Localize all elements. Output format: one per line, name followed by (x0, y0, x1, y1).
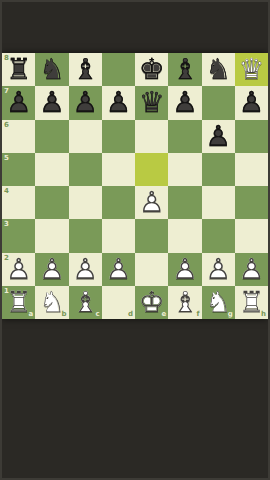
piece-white-knight[interactable]: ♞♘ (202, 286, 235, 319)
square-a6[interactable]: 6 (2, 120, 35, 153)
piece-glyph-outline: ♙ (235, 253, 268, 286)
piece-white-pawn[interactable]: ♟♙ (202, 253, 235, 286)
piece-white-bishop[interactable]: ♝♗ (168, 286, 201, 319)
piece-glyph-outline: ♙ (135, 186, 168, 219)
square-g4[interactable] (202, 186, 235, 219)
square-e2[interactable] (135, 253, 168, 286)
square-b7[interactable]: ♟♙ (35, 86, 68, 119)
square-e4[interactable]: ♟♙ (135, 186, 168, 219)
piece-black-bishop[interactable]: ♝♗ (69, 53, 102, 86)
square-a3[interactable]: 3 (2, 219, 35, 252)
file-label-d: d (128, 310, 133, 318)
piece-white-king[interactable]: ♚♔ (135, 286, 168, 319)
piece-glyph-outline: ♙ (69, 253, 102, 286)
rank-label-4: 4 (4, 187, 9, 195)
piece-glyph-outline: ♕ (135, 86, 168, 119)
piece-glyph-outline: ♘ (202, 286, 235, 319)
piece-white-rook[interactable]: ♜♖ (235, 286, 268, 319)
square-e3[interactable] (135, 219, 168, 252)
piece-glyph-outline: ♗ (168, 286, 201, 319)
square-h6[interactable] (235, 120, 268, 153)
piece-black-king[interactable]: ♚♔ (135, 53, 168, 86)
chess-board: 8♜♖♞♘♝♗♚♔♝♗♞♘♛♕7♟♙♟♙♟♙♟♙♛♕♟♙♟♙6♟♙54♟♙32♟… (2, 53, 268, 319)
square-h5[interactable] (235, 153, 268, 186)
square-h8[interactable]: ♛♕ (235, 53, 268, 86)
square-c1[interactable]: c♝♗ (69, 286, 102, 319)
piece-glyph-outline: ♔ (135, 53, 168, 86)
square-h2[interactable]: ♟♙ (235, 253, 268, 286)
piece-white-pawn[interactable]: ♟♙ (102, 253, 135, 286)
square-e6[interactable] (135, 120, 168, 153)
piece-white-bishop[interactable]: ♝♗ (69, 286, 102, 319)
square-f5[interactable] (168, 153, 201, 186)
piece-glyph-outline: ♙ (235, 86, 268, 119)
square-b8[interactable]: ♞♘ (35, 53, 68, 86)
square-d2[interactable]: ♟♙ (102, 253, 135, 286)
piece-black-queen[interactable]: ♛♕ (135, 86, 168, 119)
square-h7[interactable]: ♟♙ (235, 86, 268, 119)
square-f8[interactable]: ♝♗ (168, 53, 201, 86)
piece-glyph-outline: ♙ (202, 120, 235, 153)
piece-white-knight[interactable]: ♞♘ (35, 286, 68, 319)
square-f3[interactable] (168, 219, 201, 252)
square-g1[interactable]: g♞♘ (202, 286, 235, 319)
square-f2[interactable]: ♟♙ (168, 253, 201, 286)
square-e7[interactable]: ♛♕ (135, 86, 168, 119)
piece-black-pawn[interactable]: ♟♙ (168, 86, 201, 119)
square-d7[interactable]: ♟♙ (102, 86, 135, 119)
square-b2[interactable]: ♟♙ (35, 253, 68, 286)
square-a5[interactable]: 5 (2, 153, 35, 186)
square-c2[interactable]: ♟♙ (69, 253, 102, 286)
letterbox-bottom (2, 319, 268, 478)
letterbox-top (2, 2, 268, 53)
piece-glyph-outline: ♙ (35, 253, 68, 286)
square-e1[interactable]: e♚♔ (135, 286, 168, 319)
piece-glyph-outline: ♗ (69, 286, 102, 319)
piece-glyph-outline: ♕ (235, 53, 268, 86)
piece-black-pawn[interactable]: ♟♙ (69, 86, 102, 119)
piece-glyph-outline: ♖ (235, 286, 268, 319)
piece-glyph-outline: ♙ (35, 86, 68, 119)
app-screen: 8♜♖♞♘♝♗♚♔♝♗♞♘♛♕7♟♙♟♙♟♙♟♙♛♕♟♙♟♙6♟♙54♟♙32♟… (0, 0, 270, 480)
square-b3[interactable] (35, 219, 68, 252)
piece-glyph-outline: ♙ (2, 253, 35, 286)
square-c7[interactable]: ♟♙ (69, 86, 102, 119)
piece-glyph-outline: ♔ (135, 286, 168, 319)
piece-black-pawn[interactable]: ♟♙ (102, 86, 135, 119)
square-h1[interactable]: h♜♖ (235, 286, 268, 319)
piece-glyph-outline: ♘ (35, 286, 68, 319)
square-d3[interactable] (102, 219, 135, 252)
piece-white-pawn[interactable]: ♟♙ (35, 253, 68, 286)
square-d1[interactable]: d (102, 286, 135, 319)
piece-black-pawn[interactable]: ♟♙ (35, 86, 68, 119)
piece-glyph-outline: ♖ (2, 53, 35, 86)
piece-white-rook[interactable]: ♜♖ (2, 286, 35, 319)
piece-black-rook[interactable]: ♜♖ (2, 53, 35, 86)
square-f4[interactable] (168, 186, 201, 219)
square-d5[interactable] (102, 153, 135, 186)
piece-glyph-outline: ♙ (2, 86, 35, 119)
square-c4[interactable] (69, 186, 102, 219)
piece-glyph-outline: ♙ (102, 253, 135, 286)
piece-black-knight[interactable]: ♞♘ (35, 53, 68, 86)
square-g7[interactable] (202, 86, 235, 119)
square-d6[interactable] (102, 120, 135, 153)
square-b4[interactable] (35, 186, 68, 219)
square-c5[interactable] (69, 153, 102, 186)
piece-glyph-outline: ♙ (168, 86, 201, 119)
square-d8[interactable] (102, 53, 135, 86)
piece-glyph-outline: ♘ (202, 53, 235, 86)
square-g8[interactable]: ♞♘ (202, 53, 235, 86)
piece-black-pawn[interactable]: ♟♙ (2, 86, 35, 119)
piece-white-pawn[interactable]: ♟♙ (135, 186, 168, 219)
piece-glyph-outline: ♘ (35, 53, 68, 86)
piece-white-pawn[interactable]: ♟♙ (69, 253, 102, 286)
square-g5[interactable] (202, 153, 235, 186)
square-g2[interactable]: ♟♙ (202, 253, 235, 286)
square-a8[interactable]: 8♜♖ (2, 53, 35, 86)
rank-label-3: 3 (4, 220, 9, 228)
piece-glyph-outline: ♖ (2, 286, 35, 319)
square-g3[interactable] (202, 219, 235, 252)
piece-glyph-outline: ♙ (102, 86, 135, 119)
piece-glyph-outline: ♙ (168, 253, 201, 286)
square-c6[interactable] (69, 120, 102, 153)
rank-label-5: 5 (4, 154, 9, 162)
square-g6[interactable]: ♟♙ (202, 120, 235, 153)
piece-glyph-outline: ♙ (202, 253, 235, 286)
square-h4[interactable] (235, 186, 268, 219)
square-d4[interactable] (102, 186, 135, 219)
square-c3[interactable] (69, 219, 102, 252)
square-f1[interactable]: f♝♗ (168, 286, 201, 319)
square-a7[interactable]: 7♟♙ (2, 86, 35, 119)
square-e5[interactable] (135, 153, 168, 186)
square-h3[interactable] (235, 219, 268, 252)
piece-white-pawn[interactable]: ♟♙ (2, 253, 35, 286)
piece-glyph-outline: ♗ (69, 53, 102, 86)
square-c8[interactable]: ♝♗ (69, 53, 102, 86)
square-a2[interactable]: 2♟♙ (2, 253, 35, 286)
piece-black-bishop[interactable]: ♝♗ (168, 53, 201, 86)
piece-black-pawn[interactable]: ♟♙ (202, 120, 235, 153)
piece-white-queen[interactable]: ♛♕ (235, 53, 268, 86)
piece-glyph-outline: ♙ (69, 86, 102, 119)
piece-black-pawn[interactable]: ♟♙ (235, 86, 268, 119)
square-b1[interactable]: b♞♘ (35, 286, 68, 319)
piece-glyph-outline: ♗ (168, 53, 201, 86)
square-a4[interactable]: 4 (2, 186, 35, 219)
square-b5[interactable] (35, 153, 68, 186)
square-a1[interactable]: 1a♜♖ (2, 286, 35, 319)
piece-white-pawn[interactable]: ♟♙ (168, 253, 201, 286)
square-b6[interactable] (35, 120, 68, 153)
piece-white-pawn[interactable]: ♟♙ (235, 253, 268, 286)
piece-black-knight[interactable]: ♞♘ (202, 53, 235, 86)
square-f7[interactable]: ♟♙ (168, 86, 201, 119)
rank-label-6: 6 (4, 121, 9, 129)
square-f6[interactable] (168, 120, 201, 153)
square-e8[interactable]: ♚♔ (135, 53, 168, 86)
